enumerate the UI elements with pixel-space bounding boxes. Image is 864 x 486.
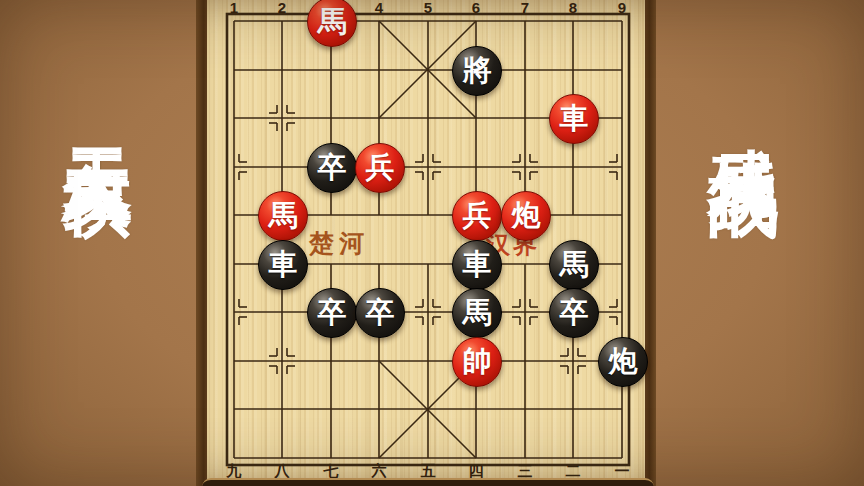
piece-black-soldier[interactable]: 卒: [549, 288, 599, 338]
board-frame-bottom: [202, 478, 654, 486]
piece-black-horse[interactable]: 馬: [452, 288, 502, 338]
piece-red-soldier[interactable]: 兵: [355, 143, 405, 193]
file-label-top-5: 5: [417, 0, 439, 16]
file-label-bottom-2: 八: [271, 462, 293, 479]
piece-black-chariot[interactable]: 車: [452, 240, 502, 290]
file-label-top-4: 4: [368, 0, 390, 16]
piece-red-chariot[interactable]: 車: [549, 94, 599, 144]
file-label-top-9: 9: [611, 0, 633, 16]
piece-black-soldier[interactable]: 卒: [307, 143, 357, 193]
river-label-chuhe: 楚河: [309, 227, 369, 260]
piece-black-general[interactable]: 將: [452, 46, 502, 96]
right-banner-mode-title: 残局挑战: [708, 92, 780, 120]
piece-black-cannon[interactable]: 炮: [598, 337, 648, 387]
piece-red-cannon[interactable]: 炮: [501, 191, 551, 241]
left-banner-app-title: 天天象棋: [62, 92, 134, 120]
piece-black-horse[interactable]: 馬: [549, 240, 599, 290]
file-label-bottom-1: 九: [223, 462, 245, 479]
piece-black-soldier[interactable]: 卒: [307, 288, 357, 338]
piece-black-chariot[interactable]: 車: [258, 240, 308, 290]
file-label-bottom-6: 四: [465, 462, 487, 479]
file-label-top-8: 8: [562, 0, 584, 16]
file-label-bottom-9: 一: [611, 462, 633, 479]
file-label-bottom-5: 五: [417, 462, 439, 479]
file-label-bottom-7: 三: [514, 462, 536, 479]
file-label-top-1: 1: [223, 0, 245, 16]
file-label-bottom-8: 二: [562, 462, 584, 479]
piece-red-general[interactable]: 帥: [452, 337, 502, 387]
file-label-bottom-3: 七: [320, 462, 342, 479]
piece-red-soldier[interactable]: 兵: [452, 191, 502, 241]
piece-red-horse[interactable]: 馬: [258, 191, 308, 241]
file-label-bottom-4: 六: [368, 462, 390, 479]
piece-black-soldier[interactable]: 卒: [355, 288, 405, 338]
screen-background: 天天象棋 123456789 九八七六五四三二一 楚河 汉界 馬將車卒兵馬兵炮車…: [0, 0, 864, 486]
file-label-top-2: 2: [271, 0, 293, 16]
file-label-top-7: 7: [514, 0, 536, 16]
file-label-top-6: 6: [465, 0, 487, 16]
board-grid: [0, 0, 864, 486]
